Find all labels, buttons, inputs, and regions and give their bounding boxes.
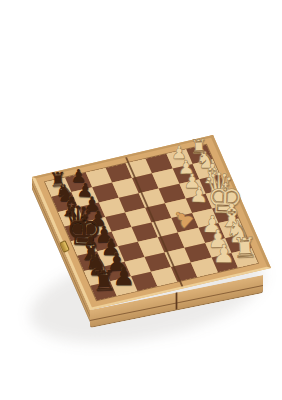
fold-seam-side [176, 292, 178, 309]
chess-set-photo: ♜♞♝♛♚♝♞♜♟♟♟♟♟♟♟♟♟♟♟♟♟♟♟♟♜♞♝♛♚♝♞♜ [0, 0, 282, 400]
board-grid [45, 145, 258, 301]
